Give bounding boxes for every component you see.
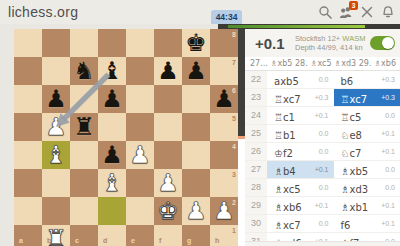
square-e3[interactable]	[126, 169, 154, 197]
move-25-white[interactable]: ♖b10.0	[267, 125, 334, 142]
piece-wP-f3[interactable]: ♟	[157, 169, 179, 197]
move-22-black[interactable]: b6+0.3	[334, 71, 400, 88]
square-e5[interactable]	[126, 113, 154, 141]
move-number: 28	[245, 179, 267, 196]
piece-bK-g8[interactable]: ♚	[185, 29, 207, 57]
square-c8[interactable]	[70, 29, 98, 57]
square-f5[interactable]	[154, 113, 182, 141]
move-27-white[interactable]: ♗b4+0.1	[267, 161, 334, 178]
move-san: ♖c5	[341, 112, 362, 123]
move-24-white[interactable]: ♖c1+0.1	[267, 107, 334, 124]
move-eval: +0.1	[381, 143, 395, 160]
square-e8[interactable]	[126, 29, 154, 57]
move-san: ♖xc7	[341, 94, 368, 105]
move-row-24: 24♖c1+0.1♖c50.0	[245, 107, 400, 125]
square-b6[interactable]: ♟	[42, 85, 70, 113]
square-a5[interactable]	[14, 113, 42, 141]
piece-wP-h2[interactable]: ♟	[213, 197, 235, 225]
move-row-30: 30♗xc70.0f6+0.1	[245, 215, 400, 233]
square-g6[interactable]	[182, 85, 210, 113]
square-d5[interactable]	[98, 113, 126, 141]
move-list-tail	[245, 241, 400, 246]
move-eval: +0.3	[315, 89, 329, 106]
move-28-black[interactable]: ♗xd30.0	[334, 179, 400, 196]
square-h6[interactable]: ♟	[210, 85, 238, 113]
piece-bP-f7[interactable]: ♟	[157, 57, 179, 85]
square-h7[interactable]	[210, 57, 238, 85]
square-d1[interactable]	[98, 225, 126, 246]
engine-toggle-knob	[382, 37, 394, 49]
move-eval: +0.3	[381, 89, 395, 106]
notification-badge: 3	[349, 1, 358, 10]
piece-bP-d4[interactable]: ♟	[101, 141, 123, 169]
move-number: 23	[245, 89, 267, 106]
piece-bP-b6[interactable]: ♟	[45, 85, 67, 113]
engine-header: +0.1 Stockfish 12+ WASM Depth 44/99, 414…	[245, 29, 400, 57]
square-b3[interactable]	[42, 169, 70, 197]
square-f7[interactable]: ♟	[154, 57, 182, 85]
square-c1[interactable]	[70, 225, 98, 246]
piece-wP-g2[interactable]: ♟	[185, 197, 207, 225]
move-25-black[interactable]: ♘e8+0.1	[334, 125, 400, 142]
square-h8[interactable]	[210, 29, 238, 57]
engine-depth: Depth 44/99, 414 kn	[295, 43, 363, 52]
move-row-22: 22axb50.0b6+0.3	[245, 71, 400, 89]
engine-name: Stockfish 12+	[295, 34, 340, 43]
piece-bP-d6[interactable]: ♟	[101, 85, 123, 113]
move-22-white[interactable]: axb50.0	[267, 71, 334, 88]
move-eval: 0.0	[385, 107, 395, 124]
square-a4[interactable]	[14, 141, 42, 169]
move-san: ♘c7	[341, 148, 362, 159]
square-a6[interactable]	[14, 85, 42, 113]
move-number: 30	[245, 215, 267, 232]
chess-board-wrap: ♚♞♝♟♟♟♟♟♟♜♝♟♟♝♟♚♟♟♜ abcdefgh87654321	[14, 29, 238, 246]
square-h1[interactable]	[210, 225, 238, 246]
move-row-29: 29♗xb6+0.1♗xb1+0.1	[245, 197, 400, 215]
piece-bP-h6[interactable]: ♟	[213, 85, 235, 113]
square-f6[interactable]	[154, 85, 182, 113]
piece-wP-e4[interactable]: ♟	[129, 141, 151, 169]
move-eval: 0.0	[385, 161, 395, 178]
move-eval: 0.0	[385, 179, 395, 196]
square-d3[interactable]: ♝	[98, 169, 126, 197]
square-b5[interactable]: ♟	[42, 113, 70, 141]
move-list: 22axb50.0b6+0.323♖xc7+0.3♖xc7+0.324♖c1+0…	[245, 71, 400, 246]
square-g3[interactable]	[182, 169, 210, 197]
move-eval: 0.0	[319, 143, 329, 160]
square-f8[interactable]	[154, 29, 182, 57]
square-c3[interactable]	[70, 169, 98, 197]
move-eval: +0.1	[315, 107, 329, 124]
move-number: 24	[245, 107, 267, 124]
piece-bR-c5[interactable]: ♜	[73, 113, 95, 141]
square-g5[interactable]	[182, 113, 210, 141]
square-e1[interactable]	[126, 225, 154, 246]
board[interactable]: ♚♞♝♟♟♟♟♟♟♜♝♟♟♝♟♚♟♟♜	[14, 29, 238, 246]
square-a2[interactable]	[14, 197, 42, 225]
move-23-black[interactable]: ♖xc7+0.3	[334, 89, 400, 106]
square-h4[interactable]	[210, 141, 238, 169]
square-g8[interactable]: ♚	[182, 29, 210, 57]
square-g7[interactable]: ♟	[182, 57, 210, 85]
analysis-panel: +0.1 Stockfish 12+ WASM Depth 44/99, 414…	[245, 29, 400, 246]
square-f1[interactable]	[154, 225, 182, 246]
engine-info: Stockfish 12+ WASM Depth 44/99, 414 kn	[295, 34, 365, 53]
lichess-logo[interactable]: lichess.org	[8, 4, 78, 20]
piece-bP-g7[interactable]: ♟	[185, 57, 207, 85]
search-icon[interactable]	[318, 5, 332, 19]
square-c7[interactable]: ♞	[70, 57, 98, 85]
move-eval: 0.0	[319, 125, 329, 142]
square-d2[interactable]	[98, 197, 126, 225]
square-b4[interactable]: ♝	[42, 141, 70, 169]
friends-icon[interactable]: 3	[339, 5, 353, 19]
move-row-25: 25♖b10.0♘e8+0.1	[245, 125, 400, 143]
square-b8[interactable]	[42, 29, 70, 57]
move-san: axb5	[274, 76, 299, 87]
eval-gauge-tick	[238, 136, 245, 139]
square-f2[interactable]: ♚	[154, 197, 182, 225]
move-san: ♗xb5	[341, 166, 369, 177]
eval-gauge-black	[238, 29, 245, 136]
piece-wB-d3[interactable]: ♝	[101, 169, 123, 197]
move-26-white[interactable]: ♔f20.0	[267, 143, 334, 160]
move-26-black[interactable]: ♘c7+0.1	[334, 143, 400, 160]
move-29-black[interactable]: ♗xb1+0.1	[334, 197, 400, 214]
square-c5[interactable]: ♜	[70, 113, 98, 141]
square-g4[interactable]	[182, 141, 210, 169]
square-f4[interactable]	[154, 141, 182, 169]
engine-name-suffix: WASM	[342, 34, 365, 43]
square-g1[interactable]	[182, 225, 210, 246]
square-d6[interactable]: ♟	[98, 85, 126, 113]
piece-wB-b4[interactable]: ♝	[45, 141, 67, 169]
move-row-23: 23♖xc7+0.3♖xc7+0.3	[245, 89, 400, 107]
move-san: ♗xb1	[341, 202, 369, 213]
move-eval: +0.1	[381, 215, 395, 232]
square-d7[interactable]: ♝	[98, 57, 126, 85]
move-san: ♔f2	[274, 148, 293, 159]
engine-toggle[interactable]	[370, 36, 395, 50]
move-eval: 0.0	[319, 215, 329, 232]
square-c2[interactable]	[70, 197, 98, 225]
move-san: ♖b1	[274, 130, 296, 141]
square-d4[interactable]: ♟	[98, 141, 126, 169]
square-b2[interactable]	[42, 197, 70, 225]
piece-wR-b1[interactable]: ♜	[45, 225, 67, 246]
move-san: ♗b4	[274, 166, 296, 177]
piece-wK-f2[interactable]: ♚	[157, 197, 179, 225]
square-b7[interactable]	[42, 57, 70, 85]
move-san: ♗xb6	[274, 202, 302, 213]
move-30-black[interactable]: f6+0.1	[334, 215, 400, 232]
square-e6[interactable]	[126, 85, 154, 113]
square-h3[interactable]	[210, 169, 238, 197]
square-f3[interactable]: ♟	[154, 169, 182, 197]
move-san: ♗xc5	[274, 184, 301, 195]
move-23-white[interactable]: ♖xc7+0.3	[267, 89, 334, 106]
move-30-white[interactable]: ♗xc70.0	[267, 215, 334, 232]
move-eval: +0.1	[315, 197, 329, 214]
move-row-26: 26♔f20.0♘c7+0.1	[245, 143, 400, 161]
move-28-white[interactable]: ♗xc50.0	[267, 179, 334, 196]
engine-pv-line[interactable]: 27... ♗xb5 28. ♗xc5 ♗xd3 29. ♗xb6 ♗…	[245, 57, 400, 71]
bell-icon[interactable]	[381, 5, 395, 19]
clock-badge: 44:34	[211, 10, 242, 24]
square-e2[interactable]	[126, 197, 154, 225]
move-eval: +0.1	[315, 161, 329, 178]
move-eval: +0.1	[381, 197, 395, 214]
engine-eval: +0.1	[255, 35, 295, 52]
square-a7[interactable]	[14, 57, 42, 85]
move-eval: +0.1	[381, 125, 395, 142]
eval-gauge	[238, 29, 245, 246]
square-b1[interactable]: ♜	[42, 225, 70, 246]
move-number: 22	[245, 71, 267, 88]
move-san: b6	[341, 76, 354, 87]
move-san: ♖xc7	[274, 94, 301, 105]
crossed-swords-icon[interactable]	[360, 5, 374, 19]
square-g2[interactable]: ♟	[182, 197, 210, 225]
move-san: ♗xd3	[341, 184, 369, 195]
move-row-27: 27♗b4+0.1♗xb50.0	[245, 161, 400, 179]
move-san: ♖c1	[274, 112, 295, 123]
engine-progress-fill	[228, 25, 365, 28]
piece-bB-d7[interactable]: ♝	[101, 57, 123, 85]
square-h5[interactable]	[210, 113, 238, 141]
square-a3[interactable]	[14, 169, 42, 197]
move-eval: +0.3	[381, 71, 395, 88]
move-29-white[interactable]: ♗xb6+0.1	[267, 197, 334, 214]
square-c4[interactable]	[70, 141, 98, 169]
move-san: ♗xc7	[274, 220, 301, 231]
square-e4[interactable]: ♟	[126, 141, 154, 169]
piece-wP-b5[interactable]: ♟	[45, 113, 67, 141]
move-24-black[interactable]: ♖c50.0	[334, 107, 400, 124]
piece-bN-c7[interactable]: ♞	[73, 57, 95, 85]
square-a1[interactable]	[14, 225, 42, 246]
move-number: 29	[245, 197, 267, 214]
move-number: 27	[245, 161, 267, 178]
square-a8[interactable]	[14, 29, 42, 57]
square-c6[interactable]	[70, 85, 98, 113]
square-h2[interactable]: ♟	[210, 197, 238, 225]
move-san: ♘e8	[341, 130, 362, 141]
move-number: 25	[245, 125, 267, 142]
square-d8[interactable]	[98, 29, 126, 57]
square-e7[interactable]	[126, 57, 154, 85]
move-27-black[interactable]: ♗xb50.0	[334, 161, 400, 178]
move-eval: 0.0	[319, 179, 329, 196]
move-row-28: 28♗xc50.0♗xd30.0	[245, 179, 400, 197]
move-number: 26	[245, 143, 267, 160]
move-san: f6	[341, 220, 351, 231]
move-eval: 0.0	[319, 71, 329, 88]
